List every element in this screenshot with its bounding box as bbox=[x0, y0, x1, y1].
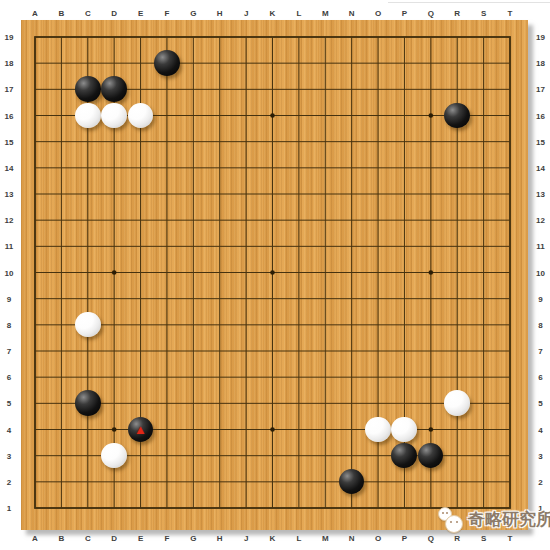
stone-black-F18 bbox=[154, 50, 180, 76]
coord-left-6: 6 bbox=[7, 373, 11, 382]
coord-left-14: 14 bbox=[5, 163, 14, 172]
coord-bottom-B: B bbox=[58, 533, 64, 542]
coord-top-H: H bbox=[217, 8, 223, 17]
go-diagram: ABCDEFGHJKLMNOPQRST ABCDEFGHJKLMNOPQRST … bbox=[0, 0, 550, 550]
coord-top-P: P bbox=[402, 8, 407, 17]
stone-black-E4: ▲ bbox=[128, 417, 154, 443]
coord-right-9: 9 bbox=[538, 294, 542, 303]
coord-right-12: 12 bbox=[536, 216, 545, 225]
coord-left-12: 12 bbox=[5, 216, 14, 225]
coord-right-13: 13 bbox=[536, 190, 545, 199]
stone-black-N2 bbox=[339, 469, 365, 495]
go-board[interactable]: ▲ bbox=[21, 20, 528, 530]
coord-bottom-F: F bbox=[164, 533, 169, 542]
coord-right-7: 7 bbox=[538, 347, 542, 356]
coord-top-E: E bbox=[138, 8, 143, 17]
stone-white-D3 bbox=[101, 443, 127, 469]
coord-top-F: F bbox=[164, 8, 169, 17]
coord-right-11: 11 bbox=[536, 242, 544, 251]
coord-top-B: B bbox=[58, 8, 64, 17]
coord-left-9: 9 bbox=[7, 294, 11, 303]
stone-black-C5 bbox=[75, 390, 101, 416]
coord-bottom-G: G bbox=[190, 533, 196, 542]
coord-left-15: 15 bbox=[5, 137, 14, 146]
watermark: 奇略研究所 bbox=[434, 503, 548, 536]
coord-bottom-H: H bbox=[217, 533, 223, 542]
coord-right-2: 2 bbox=[538, 477, 542, 486]
coord-right-4: 4 bbox=[538, 425, 542, 434]
coord-bottom-O: O bbox=[375, 533, 381, 542]
coord-left-7: 7 bbox=[7, 347, 11, 356]
stone-white-C8 bbox=[75, 312, 101, 338]
stone-white-E16 bbox=[128, 103, 154, 129]
stone-white-R5 bbox=[444, 390, 470, 416]
coord-top-G: G bbox=[190, 8, 196, 17]
coord-bottom-E: E bbox=[138, 533, 143, 542]
coord-right-8: 8 bbox=[538, 320, 542, 329]
stone-white-P4 bbox=[391, 417, 417, 443]
coord-bottom-P: P bbox=[402, 533, 407, 542]
watermark-face-large-icon bbox=[445, 515, 463, 533]
coord-left-10: 10 bbox=[5, 268, 14, 277]
stone-black-R16 bbox=[444, 103, 470, 129]
coord-left-5: 5 bbox=[7, 399, 11, 408]
last-move-triangle-icon: ▲ bbox=[128, 417, 154, 443]
stone-white-O4 bbox=[365, 417, 391, 443]
coord-left-17: 17 bbox=[5, 85, 14, 94]
coord-top-D: D bbox=[111, 8, 117, 17]
coord-right-14: 14 bbox=[536, 163, 545, 172]
coord-left-2: 2 bbox=[7, 477, 11, 486]
coord-left-1: 1 bbox=[7, 504, 11, 513]
coord-right-15: 15 bbox=[536, 137, 545, 146]
coord-top-T: T bbox=[508, 8, 513, 17]
coord-left-13: 13 bbox=[5, 190, 14, 199]
coord-left-19: 19 bbox=[5, 33, 14, 42]
coord-top-O: O bbox=[375, 8, 381, 17]
page-top-divider bbox=[388, 2, 550, 3]
coord-left-18: 18 bbox=[5, 59, 14, 68]
stone-black-Q3 bbox=[418, 443, 444, 469]
coord-top-A: A bbox=[32, 8, 38, 17]
coord-top-Q: Q bbox=[428, 8, 434, 17]
stone-white-C16 bbox=[75, 103, 101, 129]
coord-bottom-C: C bbox=[85, 533, 91, 542]
coord-top-S: S bbox=[481, 8, 486, 17]
stone-black-D17 bbox=[101, 76, 127, 102]
coord-right-16: 16 bbox=[536, 111, 545, 120]
stone-white-D16 bbox=[101, 103, 127, 129]
coord-bottom-Q: Q bbox=[428, 533, 434, 542]
coord-top-R: R bbox=[454, 8, 460, 17]
coord-right-19: 19 bbox=[536, 33, 545, 42]
coord-bottom-M: M bbox=[322, 533, 329, 542]
stone-black-C17 bbox=[75, 76, 101, 102]
coord-left-16: 16 bbox=[5, 111, 14, 120]
coord-right-17: 17 bbox=[536, 85, 545, 94]
coord-left-8: 8 bbox=[7, 320, 11, 329]
coord-right-5: 5 bbox=[538, 399, 542, 408]
coord-right-6: 6 bbox=[538, 373, 542, 382]
coord-right-3: 3 bbox=[538, 451, 542, 460]
coord-left-3: 3 bbox=[7, 451, 11, 460]
coord-bottom-L: L bbox=[296, 533, 301, 542]
watermark-faces-icon bbox=[434, 504, 466, 536]
coord-left-4: 4 bbox=[7, 425, 11, 434]
coord-top-M: M bbox=[322, 8, 329, 17]
coord-left-11: 11 bbox=[5, 242, 13, 251]
coord-right-10: 10 bbox=[536, 268, 545, 277]
coord-bottom-N: N bbox=[349, 533, 355, 542]
watermark-text: 奇略研究所 bbox=[468, 508, 550, 531]
coord-top-C: C bbox=[85, 8, 91, 17]
coord-bottom-J: J bbox=[244, 533, 248, 542]
coord-bottom-K: K bbox=[270, 533, 276, 542]
stone-black-P3 bbox=[391, 443, 417, 469]
coord-right-18: 18 bbox=[536, 59, 545, 68]
coord-bottom-A: A bbox=[32, 533, 38, 542]
coord-top-J: J bbox=[244, 8, 248, 17]
stones-layer: ▲ bbox=[22, 24, 523, 521]
coord-top-L: L bbox=[296, 8, 301, 17]
coord-top-N: N bbox=[349, 8, 355, 17]
coord-top-K: K bbox=[270, 8, 276, 17]
coord-bottom-D: D bbox=[111, 533, 117, 542]
